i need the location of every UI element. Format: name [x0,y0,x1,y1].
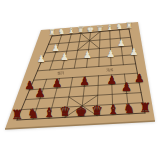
piece-red-chariot[interactable]: ♜ [139,101,151,114]
piece-white-advisor[interactable]: ♛ [77,26,84,34]
piece-red-chariot[interactable]: ♜ [11,108,23,121]
piece-red-advisor[interactable]: ♛ [91,104,103,117]
piece-red-soldier[interactable]: ♟ [25,80,35,91]
piece-red-cannon[interactable]: ♟ [35,88,46,100]
piece-red-elephant[interactable]: ♝ [43,106,55,119]
piece-white-advisor[interactable]: ♛ [97,25,104,33]
piece-red-elephant[interactable]: ♝ [107,103,119,116]
piece-white-soldier[interactable]: ♟ [60,52,69,62]
piece-red-horse[interactable]: ♞ [27,107,39,120]
piece-red-soldier[interactable]: ♟ [79,76,89,87]
photo-backdrop: 楚河漢界♜♞♝♛♚♛♝♞♜♟♟♟♟♟♟♟♟♟♟♟♟♟♟♜♞♝♛♚♛♝♞♜ [0,0,160,160]
piece-white-chariot[interactable]: ♜ [125,22,132,30]
piece-red-soldier[interactable]: ♟ [107,74,117,85]
piece-red-soldier[interactable]: ♟ [134,73,144,84]
river-inscription-left: 楚河 [57,72,64,76]
piece-white-horse[interactable]: ♞ [58,28,65,36]
piece-white-elephant[interactable]: ♝ [68,27,75,35]
piece-red-general[interactable]: ♚ [75,105,87,118]
piece-white-soldier[interactable]: ♟ [37,53,46,63]
pieces-layer: 楚河漢界♜♞♝♛♚♛♝♞♜♟♟♟♟♟♟♟♟♟♟♟♟♟♟♜♞♝♛♚♛♝♞♜ [0,0,160,160]
piece-red-advisor[interactable]: ♛ [59,105,71,118]
piece-white-soldier[interactable]: ♟ [106,48,115,58]
piece-white-horse[interactable]: ♞ [116,23,123,31]
piece-white-chariot[interactable]: ♜ [48,29,55,37]
piece-red-soldier[interactable]: ♟ [52,78,62,89]
piece-white-cannon[interactable]: ♟ [117,39,125,48]
piece-white-soldier[interactable]: ♟ [83,50,92,60]
piece-red-horse[interactable]: ♞ [123,102,135,115]
piece-red-cannon[interactable]: ♟ [121,83,132,95]
river-inscription-right: 漢界 [106,69,113,73]
piece-white-cannon[interactable]: ♟ [52,44,60,53]
piece-white-elephant[interactable]: ♝ [106,24,113,32]
piece-white-soldier[interactable]: ♟ [130,46,139,56]
piece-white-general[interactable]: ♚ [87,26,94,34]
